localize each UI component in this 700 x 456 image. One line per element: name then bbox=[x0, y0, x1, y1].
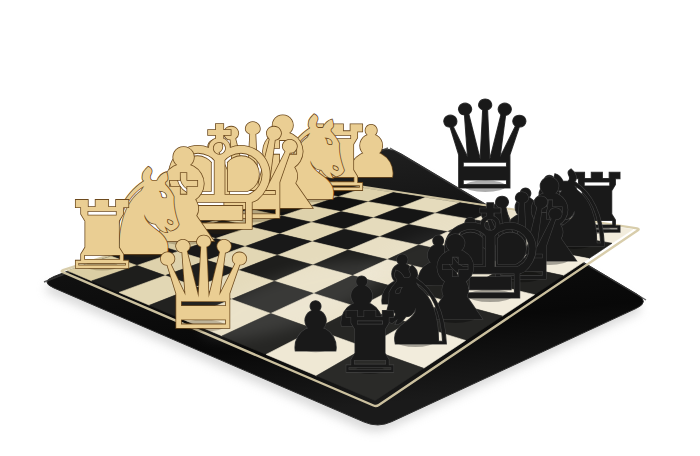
product-photo: ♟♛♜♞♝♛♟♚♜♟♝♞♟♞♝♟♜♛♟♚♟♝♟♛♞♟♜ bbox=[0, 0, 700, 456]
chess-board-photo: ♟♛♜♞♝♛♟♚♜♟♝♞♟♞♝♟♜♛♟♚♟♝♟♛♞♟♜ bbox=[0, 0, 700, 456]
piece-black-rook-h8: ♜ bbox=[332, 294, 408, 392]
piece-white-rook-h1: ♜ bbox=[60, 181, 144, 290]
piece-white-queen-frame-white-queen: ♛ bbox=[147, 210, 261, 358]
